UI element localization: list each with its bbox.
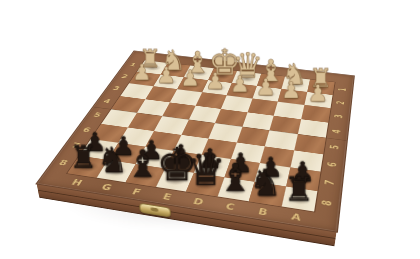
rank-label-right-3: 3 <box>325 109 354 123</box>
chess-board: ♜♞♝♚♛♝♞♜♟♟♟♟♟♟♟♟♟♟♟♟♟♟♟♟♜♞♝♚♛♝♞♜ HGFEDCB… <box>35 50 355 232</box>
rank-label-right-2: 2 <box>327 96 355 109</box>
square-b3[interactable] <box>274 101 304 118</box>
square-f3[interactable] <box>170 89 202 105</box>
white-pawn[interactable]: ♟ <box>178 67 203 89</box>
rank-label-right-1: 1 <box>329 83 356 95</box>
square-d4[interactable] <box>215 108 247 126</box>
white-pawn[interactable]: ♟ <box>304 81 330 104</box>
black-king[interactable]: ♚ <box>156 140 188 186</box>
white-pawn[interactable]: ♟ <box>153 64 178 86</box>
black-knight[interactable]: ♞ <box>249 164 282 201</box>
white-pawn[interactable]: ♟ <box>278 78 304 101</box>
white-pawn[interactable]: ♟ <box>227 72 253 94</box>
square-b4[interactable] <box>269 115 300 133</box>
white-pawn[interactable]: ♟ <box>202 70 228 92</box>
white-pawn[interactable]: ♟ <box>129 61 154 83</box>
white-pawn[interactable]: ♟ <box>252 75 278 98</box>
black-queen[interactable]: ♛ <box>186 147 218 191</box>
black-knight[interactable]: ♞ <box>97 142 128 177</box>
brass-clasp-icon <box>139 202 171 217</box>
black-rook[interactable]: ♜ <box>282 172 315 205</box>
product-photo-scene: ♜♞♝♚♛♝♞♜♟♟♟♟♟♟♟♟♟♟♟♟♟♟♟♟♜♞♝♚♛♝♞♜ HGFEDCB… <box>0 0 420 259</box>
black-rook[interactable]: ♜ <box>68 141 99 172</box>
square-a8[interactable]: ♜ <box>281 186 317 211</box>
square-c3[interactable] <box>247 98 278 115</box>
black-bishop[interactable]: ♝ <box>126 144 157 182</box>
square-a5[interactable] <box>294 133 326 153</box>
black-bishop[interactable]: ♝ <box>218 157 250 196</box>
